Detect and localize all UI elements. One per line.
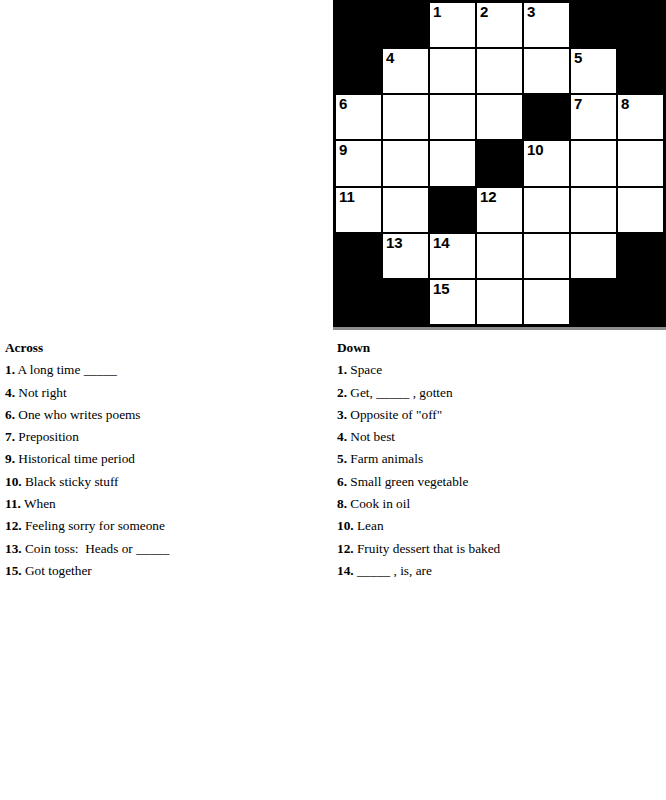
cell-r4c3[interactable] — [429, 140, 476, 186]
cell-r5c7[interactable] — [617, 187, 664, 233]
clue-number: 1. — [337, 362, 347, 377]
clue-across-13: 13. Coin toss: Heads or _____ — [5, 538, 330, 560]
cell-r6c4[interactable] — [476, 233, 523, 279]
clue-across-1: 1. A long time _____ — [5, 359, 330, 381]
clue-text: Get, _____ , gotten — [350, 385, 452, 400]
cell-number: 12 — [480, 189, 497, 206]
cell-r7c3[interactable]: 15 — [429, 279, 476, 325]
clue-number: 13. — [5, 541, 22, 556]
clue-text: Farm animals — [350, 451, 423, 466]
clue-text: Fruity dessert that is baked — [357, 541, 500, 556]
cell-r2c5[interactable] — [523, 48, 570, 94]
cell-r5c2[interactable] — [382, 187, 429, 233]
clue-number: 4. — [5, 385, 15, 400]
cell-r5c4[interactable]: 12 — [476, 187, 523, 233]
cell-number: 10 — [527, 142, 544, 159]
cell-r5c5[interactable] — [523, 187, 570, 233]
clue-text: _____ , is, are — [357, 563, 432, 578]
block-cell-r2c7 — [617, 48, 664, 94]
clue-down-4: 4. Not best — [337, 426, 662, 448]
clue-across-15: 15. Got together — [5, 560, 330, 582]
cell-number: 1 — [433, 4, 441, 21]
cell-r3c2[interactable] — [382, 94, 429, 140]
clue-text: Lean — [357, 518, 384, 533]
clue-number: 10. — [5, 474, 22, 489]
clue-across-6: 6. One who writes poems — [5, 404, 330, 426]
clue-down-1: 1. Space — [337, 359, 662, 381]
clue-number: 8. — [337, 496, 347, 511]
cell-number: 5 — [574, 50, 582, 67]
cell-r6c5[interactable] — [523, 233, 570, 279]
cell-r6c6[interactable] — [570, 233, 617, 279]
cell-r1c3[interactable]: 1 — [429, 2, 476, 48]
clue-number: 12. — [5, 518, 22, 533]
clue-down-6: 6. Small green vegetable — [337, 471, 662, 493]
clue-text: Feeling sorry for someone — [25, 518, 165, 533]
clue-across-11: 11. When — [5, 493, 330, 515]
clue-text: Not right — [18, 385, 66, 400]
clue-number: 3. — [337, 407, 347, 422]
cell-r7c4[interactable] — [476, 279, 523, 325]
cell-number: 6 — [339, 96, 347, 113]
clue-down-5: 5. Farm animals — [337, 448, 662, 470]
cell-r2c6[interactable]: 5 — [570, 48, 617, 94]
block-cell-r2c1 — [335, 48, 382, 94]
cell-number: 8 — [621, 96, 629, 113]
cell-r3c7[interactable]: 8 — [617, 94, 664, 140]
block-cell-r1c7 — [617, 2, 664, 48]
down-heading: Down — [337, 337, 662, 359]
block-cell-r6c1 — [335, 233, 382, 279]
block-cell-r6c7 — [617, 233, 664, 279]
cell-r3c3[interactable] — [429, 94, 476, 140]
clue-across-10: 10. Black sticky stuff — [5, 471, 330, 493]
block-cell-r4c4 — [476, 140, 523, 186]
cell-r2c4[interactable] — [476, 48, 523, 94]
clue-text: A long time _____ — [18, 362, 117, 377]
clue-down-3: 3. Opposite of "off" — [337, 404, 662, 426]
cell-r4c2[interactable] — [382, 140, 429, 186]
clue-across-9: 9. Historical time period — [5, 448, 330, 470]
block-cell-r7c7 — [617, 279, 664, 325]
cell-number: 3 — [527, 4, 535, 21]
cell-number: 13 — [386, 235, 403, 252]
down-clue-list: 1. Space2. Get, _____ , gotten3. Opposit… — [337, 359, 662, 582]
clue-number: 12. — [337, 541, 354, 556]
clue-number: 7. — [5, 429, 15, 444]
cell-r5c6[interactable] — [570, 187, 617, 233]
clue-number: 6. — [337, 474, 347, 489]
clue-text: One who writes poems — [18, 407, 140, 422]
clue-text: Historical time period — [18, 451, 135, 466]
clue-text: Space — [350, 362, 382, 377]
clue-down-12: 12. Fruity dessert that is baked — [337, 538, 662, 560]
clue-across-7: 7. Preposition — [5, 426, 330, 448]
clue-text: Preposition — [18, 429, 79, 444]
clue-down-8: 8. Cook in oil — [337, 493, 662, 515]
down-clues: Down 1. Space2. Get, _____ , gotten3. Op… — [337, 337, 662, 582]
clue-text: Coin toss: Heads or _____ — [25, 541, 169, 556]
cell-number: 15 — [433, 281, 450, 298]
cell-number: 14 — [433, 235, 450, 252]
clue-text: Opposite of "off" — [350, 407, 442, 422]
cell-r5c1[interactable]: 11 — [335, 187, 382, 233]
clue-number: 2. — [337, 385, 347, 400]
clue-number: 10. — [337, 518, 354, 533]
clue-down-2: 2. Get, _____ , gotten — [337, 382, 662, 404]
clue-number: 14. — [337, 563, 354, 578]
clue-text: When — [24, 496, 56, 511]
cell-r1c5[interactable]: 3 — [523, 2, 570, 48]
clue-number: 5. — [337, 451, 347, 466]
cell-r2c3[interactable] — [429, 48, 476, 94]
cell-number: 11 — [339, 189, 355, 206]
crossword-board: 123456789101112131415 — [333, 0, 666, 330]
clue-number: 15. — [5, 563, 22, 578]
cell-r2c2[interactable]: 4 — [382, 48, 429, 94]
cell-number: 2 — [480, 4, 488, 21]
cell-r3c4[interactable] — [476, 94, 523, 140]
clue-number: 4. — [337, 429, 347, 444]
cell-r6c2[interactable]: 13 — [382, 233, 429, 279]
cell-r7c5[interactable] — [523, 279, 570, 325]
clue-number: 6. — [5, 407, 15, 422]
cell-r4c7[interactable] — [617, 140, 664, 186]
cell-r6c3[interactable]: 14 — [429, 233, 476, 279]
block-cell-r1c1 — [335, 2, 382, 48]
clue-text: Small green vegetable — [350, 474, 468, 489]
across-heading: Across — [5, 337, 330, 359]
block-cell-r7c1 — [335, 279, 382, 325]
clue-down-14: 14. _____ , is, are — [337, 560, 662, 582]
clue-text: Cook in oil — [350, 496, 410, 511]
cell-number: 9 — [339, 142, 347, 159]
clue-number: 11. — [5, 496, 21, 511]
clue-number: 1. — [5, 362, 15, 377]
cell-r4c1[interactable]: 9 — [335, 140, 382, 186]
cell-r3c6[interactable]: 7 — [570, 94, 617, 140]
cell-number: 4 — [386, 50, 394, 67]
block-cell-r3c5 — [523, 94, 570, 140]
block-cell-r5c3 — [429, 187, 476, 233]
block-cell-r1c6 — [570, 2, 617, 48]
clue-text: Not best — [350, 429, 395, 444]
cell-r3c1[interactable]: 6 — [335, 94, 382, 140]
block-cell-r7c2 — [382, 279, 429, 325]
clue-down-10: 10. Lean — [337, 515, 662, 537]
across-clues: Across 1. A long time _____4. Not right6… — [5, 337, 330, 582]
cell-r1c4[interactable]: 2 — [476, 2, 523, 48]
cell-number: 7 — [574, 96, 582, 113]
clue-number: 9. — [5, 451, 15, 466]
block-cell-r7c6 — [570, 279, 617, 325]
clue-across-4: 4. Not right — [5, 382, 330, 404]
cell-r4c5[interactable]: 10 — [523, 140, 570, 186]
block-cell-r1c2 — [382, 2, 429, 48]
clue-text: Got together — [25, 563, 92, 578]
clue-text: Black sticky stuff — [25, 474, 119, 489]
cell-r4c6[interactable] — [570, 140, 617, 186]
clue-across-12: 12. Feeling sorry for someone — [5, 515, 330, 537]
across-clue-list: 1. A long time _____4. Not right6. One w… — [5, 359, 330, 582]
